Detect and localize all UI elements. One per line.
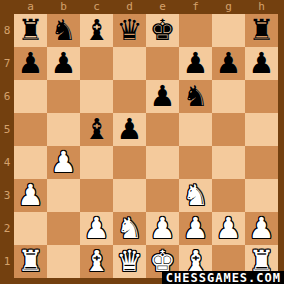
square-f2[interactable]: ♟: [179, 212, 212, 245]
square-b1[interactable]: [47, 245, 80, 278]
black-pawn-a7[interactable]: ♟: [18, 47, 44, 80]
white-pawn-e2[interactable]: ♟: [150, 212, 176, 245]
black-knight-b8[interactable]: ♞: [51, 14, 77, 47]
square-g7[interactable]: ♟: [212, 47, 245, 80]
file-label-a: a: [14, 0, 47, 14]
square-h2[interactable]: ♟: [245, 212, 278, 245]
square-a1[interactable]: ♜: [14, 245, 47, 278]
black-rook-h8[interactable]: ♜: [249, 14, 275, 47]
square-b6[interactable]: [47, 80, 80, 113]
square-f5[interactable]: [179, 113, 212, 146]
square-f7[interactable]: ♟: [179, 47, 212, 80]
rank-label-3: 3: [0, 179, 14, 212]
square-b7[interactable]: ♟: [47, 47, 80, 80]
rank-label-2: 2: [0, 212, 14, 245]
square-a2[interactable]: [14, 212, 47, 245]
file-labels: abcdefgh: [14, 0, 278, 14]
square-a7[interactable]: ♟: [14, 47, 47, 80]
file-label-h: h: [245, 0, 278, 14]
square-g8[interactable]: [212, 14, 245, 47]
black-rook-a8[interactable]: ♜: [18, 14, 44, 47]
square-f8[interactable]: [179, 14, 212, 47]
square-c6[interactable]: [80, 80, 113, 113]
square-a5[interactable]: [14, 113, 47, 146]
square-h8[interactable]: ♜: [245, 14, 278, 47]
white-rook-a1[interactable]: ♜: [18, 245, 44, 278]
white-knight-d2[interactable]: ♞: [117, 212, 143, 245]
black-pawn-h7[interactable]: ♟: [249, 47, 275, 80]
file-label-g: g: [212, 0, 245, 14]
square-d1[interactable]: ♛: [113, 245, 146, 278]
square-f4[interactable]: [179, 146, 212, 179]
square-a4[interactable]: [14, 146, 47, 179]
chessgames-watermark: CHESSGAMES.COM: [162, 271, 284, 284]
file-label-d: d: [113, 0, 146, 14]
black-pawn-f7[interactable]: ♟: [183, 47, 209, 80]
black-pawn-d5[interactable]: ♟: [117, 113, 143, 146]
square-c5[interactable]: ♝: [80, 113, 113, 146]
square-d6[interactable]: [113, 80, 146, 113]
square-d3[interactable]: [113, 179, 146, 212]
black-pawn-g7[interactable]: ♟: [216, 47, 242, 80]
square-b4[interactable]: ♟: [47, 146, 80, 179]
square-g6[interactable]: [212, 80, 245, 113]
black-pawn-b7[interactable]: ♟: [51, 47, 77, 80]
square-g5[interactable]: [212, 113, 245, 146]
square-f3[interactable]: ♞: [179, 179, 212, 212]
white-pawn-c2[interactable]: ♟: [84, 212, 110, 245]
file-label-b: b: [47, 0, 80, 14]
square-h3[interactable]: [245, 179, 278, 212]
square-e7[interactable]: [146, 47, 179, 80]
white-bishop-c1[interactable]: ♝: [84, 245, 110, 278]
square-d7[interactable]: [113, 47, 146, 80]
square-c4[interactable]: [80, 146, 113, 179]
square-g4[interactable]: [212, 146, 245, 179]
square-c1[interactable]: ♝: [80, 245, 113, 278]
square-e2[interactable]: ♟: [146, 212, 179, 245]
chess-board-frame: abcdefgh 87654321 ♜♞♝♛♚♜♟♟♟♟♟♟♞♝♟♟♟♞♟♞♟♟…: [0, 0, 284, 284]
square-e5[interactable]: [146, 113, 179, 146]
white-queen-d1[interactable]: ♛: [117, 245, 143, 278]
square-e6[interactable]: ♟: [146, 80, 179, 113]
white-pawn-f2[interactable]: ♟: [183, 212, 209, 245]
rank-label-6: 6: [0, 80, 14, 113]
rank-label-8: 8: [0, 14, 14, 47]
square-e4[interactable]: [146, 146, 179, 179]
square-b5[interactable]: [47, 113, 80, 146]
rank-label-7: 7: [0, 47, 14, 80]
square-d2[interactable]: ♞: [113, 212, 146, 245]
square-g3[interactable]: [212, 179, 245, 212]
black-knight-f6[interactable]: ♞: [183, 80, 209, 113]
square-h7[interactable]: ♟: [245, 47, 278, 80]
black-bishop-c8[interactable]: ♝: [84, 14, 110, 47]
white-pawn-b4[interactable]: ♟: [51, 146, 77, 179]
rank-labels: 87654321: [0, 14, 14, 278]
square-a6[interactable]: [14, 80, 47, 113]
square-g2[interactable]: ♟: [212, 212, 245, 245]
square-h6[interactable]: [245, 80, 278, 113]
square-h5[interactable]: [245, 113, 278, 146]
rank-label-4: 4: [0, 146, 14, 179]
square-h4[interactable]: [245, 146, 278, 179]
white-pawn-a3[interactable]: ♟: [18, 179, 44, 212]
white-knight-f3[interactable]: ♞: [183, 179, 209, 212]
rank-label-1: 1: [0, 245, 14, 278]
square-e3[interactable]: [146, 179, 179, 212]
square-f6[interactable]: ♞: [179, 80, 212, 113]
square-a8[interactable]: ♜: [14, 14, 47, 47]
square-b8[interactable]: ♞: [47, 14, 80, 47]
square-d8[interactable]: ♛: [113, 14, 146, 47]
square-b3[interactable]: [47, 179, 80, 212]
rank-label-5: 5: [0, 113, 14, 146]
square-c2[interactable]: ♟: [80, 212, 113, 245]
white-pawn-g2[interactable]: ♟: [216, 212, 242, 245]
chess-board: ♜♞♝♛♚♜♟♟♟♟♟♟♞♝♟♟♟♞♟♞♟♟♟♟♜♝♛♚♝♜: [14, 14, 278, 278]
square-d4[interactable]: [113, 146, 146, 179]
black-king-e8[interactable]: ♚: [150, 14, 176, 47]
black-bishop-c5[interactable]: ♝: [84, 113, 110, 146]
square-c3[interactable]: [80, 179, 113, 212]
white-pawn-h2[interactable]: ♟: [249, 212, 275, 245]
file-label-c: c: [80, 0, 113, 14]
square-e8[interactable]: ♚: [146, 14, 179, 47]
black-queen-d8[interactable]: ♛: [117, 14, 143, 47]
black-pawn-e6[interactable]: ♟: [150, 80, 176, 113]
file-label-e: e: [146, 0, 179, 14]
square-d5[interactable]: ♟: [113, 113, 146, 146]
square-a3[interactable]: ♟: [14, 179, 47, 212]
square-b2[interactable]: [47, 212, 80, 245]
square-c8[interactable]: ♝: [80, 14, 113, 47]
square-c7[interactable]: [80, 47, 113, 80]
file-label-f: f: [179, 0, 212, 14]
